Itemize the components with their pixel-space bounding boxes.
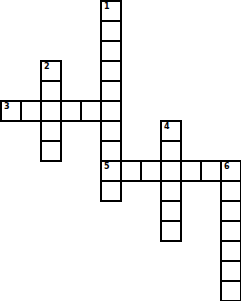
grid-cell-r11c8[interactable]	[160, 220, 182, 242]
grid-cell-r2c5[interactable]	[100, 40, 122, 62]
grid-cell-r10c8[interactable]	[160, 200, 182, 222]
grid-cell-r6c2[interactable]	[40, 120, 62, 142]
clue-number: 4	[164, 122, 170, 131]
grid-cell-r3c5[interactable]	[100, 60, 122, 82]
grid-cell-r4c5[interactable]	[100, 80, 122, 102]
grid-cell-r8c5[interactable]: 5	[100, 160, 122, 182]
crossword-page: 123456	[0, 0, 241, 301]
clue-number: 3	[4, 102, 10, 111]
crossword-grid: 123456	[0, 0, 241, 301]
grid-cell-r5c5[interactable]	[100, 100, 122, 122]
grid-cell-r9c8[interactable]	[160, 180, 182, 202]
clue-number: 5	[104, 162, 110, 171]
grid-cell-r4c2[interactable]	[40, 80, 62, 102]
grid-cell-r7c5[interactable]	[100, 140, 122, 162]
grid-cell-r7c8[interactable]	[160, 140, 182, 162]
grid-cell-r0c5[interactable]: 1	[100, 0, 122, 22]
grid-cell-r5c4[interactable]	[80, 100, 102, 122]
grid-cell-r5c2[interactable]	[40, 100, 62, 122]
grid-cell-r11c11[interactable]	[220, 220, 241, 242]
grid-cell-r5c3[interactable]	[60, 100, 82, 122]
clue-number: 6	[224, 162, 230, 171]
grid-cell-r1c5[interactable]	[100, 20, 122, 42]
grid-cell-r14c11[interactable]	[220, 280, 241, 301]
grid-cell-r12c11[interactable]	[220, 240, 241, 262]
clue-number: 2	[44, 62, 50, 71]
grid-cell-r8c8[interactable]	[160, 160, 182, 182]
grid-cell-r9c5[interactable]	[100, 180, 122, 202]
grid-cell-r9c11[interactable]	[220, 180, 241, 202]
grid-cell-r8c6[interactable]	[120, 160, 142, 182]
grid-cell-r13c11[interactable]	[220, 260, 241, 282]
grid-cell-r8c11[interactable]: 6	[220, 160, 241, 182]
grid-cell-r8c7[interactable]	[140, 160, 162, 182]
grid-cell-r5c0[interactable]: 3	[0, 100, 22, 122]
grid-cell-r7c2[interactable]	[40, 140, 62, 162]
grid-cell-r6c5[interactable]	[100, 120, 122, 142]
grid-cell-r8c9[interactable]	[180, 160, 202, 182]
grid-cell-r6c8[interactable]: 4	[160, 120, 182, 142]
grid-cell-r10c11[interactable]	[220, 200, 241, 222]
grid-cell-r8c10[interactable]	[200, 160, 222, 182]
grid-cell-r5c1[interactable]	[20, 100, 42, 122]
grid-cell-r3c2[interactable]: 2	[40, 60, 62, 82]
clue-number: 1	[104, 2, 110, 11]
